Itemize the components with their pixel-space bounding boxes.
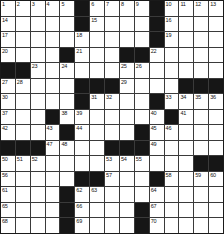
cell-r14c8[interactable] — [105, 203, 119, 218]
clue-number-53: 53 — [106, 156, 112, 162]
black-cell-r4c5 — [60, 48, 74, 63]
cell-r5c7[interactable] — [90, 63, 104, 78]
cell-r14c2[interactable] — [16, 203, 30, 218]
clue-number-32: 32 — [106, 94, 112, 100]
clue-number-26: 26 — [136, 63, 142, 69]
cell-r9c7[interactable] — [90, 125, 104, 140]
black-cell-r2c11 — [150, 17, 164, 32]
clue-number-51: 51 — [17, 156, 23, 162]
clue-number-6: 6 — [91, 1, 94, 7]
cell-r3c7[interactable] — [90, 32, 104, 47]
cell-r1c1[interactable]: 1 — [1, 1, 15, 16]
cell-r14c14[interactable] — [194, 203, 208, 218]
clue-number-37: 37 — [2, 110, 8, 116]
cell-r8c14[interactable] — [194, 110, 208, 125]
cell-r8c2[interactable] — [16, 110, 30, 125]
cell-r7c15[interactable]: 36 — [209, 94, 223, 109]
clue-number-55: 55 — [136, 156, 142, 162]
cell-r12c1[interactable]: 56 — [1, 172, 15, 187]
clue-number-57: 57 — [106, 172, 112, 178]
clue-number-42: 42 — [2, 125, 8, 131]
cell-r12c13[interactable] — [179, 172, 193, 187]
cell-r8c8[interactable] — [105, 110, 119, 125]
clue-number-13: 13 — [210, 1, 216, 7]
black-cell-r10c3 — [31, 141, 45, 156]
clue-number-62: 62 — [76, 187, 82, 193]
cell-r11c7[interactable] — [90, 156, 104, 171]
cell-r5c13[interactable] — [179, 63, 193, 78]
cell-r9c6[interactable]: 44 — [75, 125, 89, 140]
clue-number-36: 36 — [210, 94, 216, 100]
cell-r2c14[interactable] — [194, 17, 208, 32]
black-cell-r6c8 — [105, 79, 119, 94]
black-cell-r12c7 — [90, 172, 104, 187]
black-cell-r9c10 — [135, 125, 149, 140]
black-cell-r14c10 — [135, 203, 149, 218]
clue-number-65: 65 — [2, 203, 8, 209]
clue-number-41: 41 — [180, 110, 186, 116]
black-cell-r2c6 — [75, 17, 89, 32]
black-cell-r6c15 — [209, 79, 223, 94]
black-cell-r3c11 — [150, 32, 164, 47]
cell-r8c3[interactable] — [31, 110, 45, 125]
cell-r4c7[interactable] — [90, 48, 104, 63]
cell-r1c14[interactable]: 12 — [194, 1, 208, 16]
cell-r7c14[interactable]: 35 — [194, 94, 208, 109]
cell-r4c6[interactable]: 21 — [75, 48, 89, 63]
cell-r8c6[interactable]: 39 — [75, 110, 89, 125]
cell-r6c3[interactable] — [31, 79, 45, 94]
clue-number-10: 10 — [166, 1, 172, 7]
cell-r12c8[interactable]: 57 — [105, 172, 119, 187]
cell-r10c4[interactable]: 47 — [46, 141, 60, 156]
cell-r11c3[interactable]: 52 — [31, 156, 45, 171]
cell-r2c9[interactable] — [120, 17, 134, 32]
cell-r1c9[interactable]: 8 — [120, 1, 134, 16]
cell-r15c6[interactable]: 69 — [75, 218, 89, 233]
cell-r4c12[interactable] — [165, 48, 179, 63]
cell-r7c7[interactable]: 31 — [90, 94, 104, 109]
cell-r15c8[interactable] — [105, 218, 119, 233]
cell-r10c14[interactable] — [194, 141, 208, 156]
cell-r4c13[interactable] — [179, 48, 193, 63]
cell-r12c12[interactable]: 58 — [165, 172, 179, 187]
cell-r1c13[interactable]: 11 — [179, 1, 193, 16]
cell-r11c2[interactable]: 51 — [16, 156, 30, 171]
cell-r13c2[interactable] — [16, 187, 30, 202]
black-cell-r1c6 — [75, 1, 89, 16]
cell-r5c15[interactable] — [209, 63, 223, 78]
cell-r4c14[interactable] — [194, 48, 208, 63]
cell-r15c1[interactable]: 68 — [1, 218, 15, 233]
black-cell-r6c13 — [179, 79, 193, 94]
cell-r14c9[interactable] — [120, 203, 134, 218]
black-cell-r11c15 — [209, 156, 223, 171]
clue-number-33: 33 — [166, 94, 172, 100]
cell-r4c1[interactable]: 20 — [1, 48, 15, 63]
cell-r13c7[interactable]: 63 — [90, 187, 104, 202]
clue-number-67: 67 — [151, 203, 157, 209]
cell-r2c13[interactable] — [179, 17, 193, 32]
cell-r5c10[interactable]: 26 — [135, 63, 149, 78]
clue-number-17: 17 — [2, 32, 8, 38]
clue-number-50: 50 — [2, 156, 8, 162]
clue-number-5: 5 — [61, 1, 64, 7]
cell-r13c12[interactable] — [165, 187, 179, 202]
clue-number-44: 44 — [76, 125, 82, 131]
clue-number-48: 48 — [61, 141, 67, 147]
cell-r13c15[interactable] — [209, 187, 223, 202]
cell-r8c1[interactable]: 37 — [1, 110, 15, 125]
black-cell-r15c5 — [60, 218, 74, 233]
cell-r8c5[interactable]: 38 — [60, 110, 74, 125]
cell-r15c9[interactable] — [120, 218, 134, 233]
cell-r15c2[interactable] — [16, 218, 30, 233]
clue-number-2: 2 — [17, 1, 20, 7]
cell-r14c3[interactable] — [31, 203, 45, 218]
cell-r3c12[interactable]: 19 — [165, 32, 179, 47]
cell-r8c15[interactable] — [209, 110, 223, 125]
cell-r13c10[interactable] — [135, 187, 149, 202]
black-cell-r13c5 — [60, 187, 74, 202]
cell-r12c3[interactable] — [31, 172, 45, 187]
clue-number-35: 35 — [195, 94, 201, 100]
clue-number-56: 56 — [2, 172, 8, 178]
clue-number-69: 69 — [76, 218, 82, 224]
cell-r7c8[interactable]: 32 — [105, 94, 119, 109]
clue-number-63: 63 — [91, 187, 97, 193]
cell-r3c6[interactable]: 18 — [75, 32, 89, 47]
cell-r9c1[interactable]: 42 — [1, 125, 15, 140]
clue-number-43: 43 — [47, 125, 53, 131]
black-cell-r5c2 — [16, 63, 30, 78]
cell-r5c11[interactable] — [150, 63, 164, 78]
cell-r11c13[interactable] — [179, 156, 193, 171]
clue-number-8: 8 — [121, 1, 124, 7]
cell-r14c12[interactable] — [165, 203, 179, 218]
black-cell-r10c2 — [16, 141, 30, 156]
cell-r5c9[interactable]: 25 — [120, 63, 134, 78]
cell-r15c7[interactable] — [90, 218, 104, 233]
clue-number-24: 24 — [61, 63, 67, 69]
clue-number-64: 64 — [151, 187, 157, 193]
clue-number-18: 18 — [76, 32, 82, 38]
cell-r2c4[interactable] — [46, 17, 60, 32]
black-cell-r14c5 — [60, 203, 74, 218]
cell-r13c3[interactable] — [31, 187, 45, 202]
cell-r5c4[interactable] — [46, 63, 60, 78]
clue-number-21: 21 — [76, 48, 82, 54]
cell-r9c4[interactable]: 43 — [46, 125, 60, 140]
cell-r1c12[interactable]: 10 — [165, 1, 179, 16]
cell-r8c11[interactable]: 40 — [150, 110, 164, 125]
cell-r14c13[interactable] — [179, 203, 193, 218]
cell-r2c15[interactable] — [209, 17, 223, 32]
black-cell-r5c1 — [1, 63, 15, 78]
black-cell-r10c9 — [120, 141, 134, 156]
cell-r14c6[interactable]: 66 — [75, 203, 89, 218]
clue-number-15: 15 — [91, 17, 97, 23]
cell-r5c12[interactable] — [165, 63, 179, 78]
cell-r15c14[interactable] — [194, 218, 208, 233]
cell-r2c2[interactable] — [16, 17, 30, 32]
cell-r3c9[interactable] — [120, 32, 134, 47]
cell-r7c10[interactable] — [135, 94, 149, 109]
cell-r3c10[interactable] — [135, 32, 149, 47]
clue-number-11: 11 — [180, 1, 185, 7]
cell-r14c1[interactable]: 65 — [1, 203, 15, 218]
cell-r2c3[interactable] — [31, 17, 45, 32]
cell-r2c8[interactable] — [105, 17, 119, 32]
cell-r5c8[interactable] — [105, 63, 119, 78]
cell-r9c12[interactable]: 46 — [165, 125, 179, 140]
cell-r7c9[interactable] — [120, 94, 134, 109]
clue-number-39: 39 — [76, 110, 82, 116]
cell-r6c12[interactable] — [165, 79, 179, 94]
cell-r2c10[interactable] — [135, 17, 149, 32]
cell-r10c6[interactable] — [75, 141, 89, 156]
black-cell-r10c8 — [105, 141, 119, 156]
crossword-grid: 1234567891011121314151617181920212223242… — [0, 0, 224, 234]
cell-r8c7[interactable] — [90, 110, 104, 125]
clue-number-22: 22 — [151, 48, 157, 54]
cell-r7c13[interactable]: 34 — [179, 94, 193, 109]
clue-number-60: 60 — [210, 172, 216, 178]
cell-r4c8[interactable] — [105, 48, 119, 63]
cell-r3c5[interactable] — [60, 32, 74, 47]
black-cell-r7c11 — [150, 94, 164, 109]
cell-r8c10[interactable] — [135, 110, 149, 125]
clue-number-49: 49 — [151, 141, 157, 147]
cell-r13c6[interactable]: 62 — [75, 187, 89, 202]
cell-r2c7[interactable]: 15 — [90, 17, 104, 32]
cell-r12c2[interactable] — [16, 172, 30, 187]
cell-r10c13[interactable] — [179, 141, 193, 156]
cell-r13c13[interactable] — [179, 187, 193, 202]
cell-r11c1[interactable]: 50 — [1, 156, 15, 171]
cell-r14c4[interactable] — [46, 203, 60, 218]
clue-number-7: 7 — [106, 1, 109, 7]
cell-r6c9[interactable]: 29 — [120, 79, 134, 94]
cell-r7c2[interactable] — [16, 94, 30, 109]
cell-r11c10[interactable]: 55 — [135, 156, 149, 171]
black-cell-r8c4 — [46, 110, 60, 125]
cell-r1c7[interactable]: 6 — [90, 1, 104, 16]
cell-r15c4[interactable] — [46, 218, 60, 233]
cell-r12c4[interactable] — [46, 172, 60, 187]
cell-r6c1[interactable]: 27 — [1, 79, 15, 94]
cell-r5c5[interactable]: 24 — [60, 63, 74, 78]
clue-number-31: 31 — [91, 94, 97, 100]
clue-number-30: 30 — [2, 94, 8, 100]
cell-r1c2[interactable]: 2 — [16, 1, 30, 16]
cell-r15c12[interactable] — [165, 218, 179, 233]
cell-r13c1[interactable]: 61 — [1, 187, 15, 202]
clue-number-3: 3 — [32, 1, 35, 7]
clue-number-68: 68 — [2, 218, 8, 224]
black-cell-r11c14 — [194, 156, 208, 171]
cell-r3c15[interactable] — [209, 32, 223, 47]
black-cell-r6c7 — [90, 79, 104, 94]
cell-r12c14[interactable]: 59 — [194, 172, 208, 187]
black-cell-r4c9 — [120, 48, 134, 63]
cell-r9c13[interactable] — [179, 125, 193, 140]
cell-r13c9[interactable] — [120, 187, 134, 202]
cell-r1c3[interactable]: 3 — [31, 1, 45, 16]
cell-r10c15[interactable] — [209, 141, 223, 156]
cell-r15c11[interactable]: 70 — [150, 218, 164, 233]
cell-r12c15[interactable]: 60 — [209, 172, 223, 187]
cell-r1c15[interactable]: 13 — [209, 1, 223, 16]
cell-r9c3[interactable] — [31, 125, 45, 140]
clue-number-40: 40 — [151, 110, 157, 116]
cell-r14c15[interactable] — [209, 203, 223, 218]
cell-r2c12[interactable]: 16 — [165, 17, 179, 32]
cell-r9c9[interactable] — [120, 125, 134, 140]
clue-number-27: 27 — [2, 79, 8, 85]
black-cell-r12c6 — [75, 172, 89, 187]
cell-r13c8[interactable] — [105, 187, 119, 202]
cell-r9c11[interactable]: 45 — [150, 125, 164, 140]
cell-r1c10[interactable]: 9 — [135, 1, 149, 16]
cell-r9c15[interactable] — [209, 125, 223, 140]
cell-r11c8[interactable]: 53 — [105, 156, 119, 171]
cell-r15c13[interactable] — [179, 218, 193, 233]
cell-r12c5[interactable] — [60, 172, 74, 187]
black-cell-r9c5 — [60, 125, 74, 140]
black-cell-r1c11 — [150, 1, 164, 16]
clue-number-61: 61 — [2, 187, 8, 193]
cell-r1c4[interactable]: 4 — [46, 1, 60, 16]
cell-r15c15[interactable] — [209, 218, 223, 233]
clue-number-4: 4 — [47, 1, 50, 7]
cell-r11c12[interactable] — [165, 156, 179, 171]
clue-number-46: 46 — [166, 125, 172, 131]
cell-r4c2[interactable] — [16, 48, 30, 63]
clue-number-23: 23 — [32, 63, 38, 69]
clue-number-9: 9 — [136, 1, 139, 7]
cell-r7c3[interactable] — [31, 94, 45, 109]
clue-number-70: 70 — [151, 218, 157, 224]
clue-number-12: 12 — [195, 1, 201, 7]
cell-r12c10[interactable] — [135, 172, 149, 187]
cell-r4c3[interactable] — [31, 48, 45, 63]
black-cell-r8c12 — [165, 110, 179, 125]
cell-r11c5[interactable] — [60, 156, 74, 171]
black-cell-r15c10 — [135, 218, 149, 233]
clue-number-29: 29 — [121, 79, 127, 85]
cell-r5c14[interactable] — [194, 63, 208, 78]
cell-r11c6[interactable] — [75, 156, 89, 171]
cell-r7c4[interactable] — [46, 94, 60, 109]
cell-r5c6[interactable] — [75, 63, 89, 78]
cell-r6c10[interactable] — [135, 79, 149, 94]
cell-r7c12[interactable]: 33 — [165, 94, 179, 109]
clue-number-58: 58 — [166, 172, 172, 178]
black-cell-r12c11 — [150, 172, 164, 187]
black-cell-r6c14 — [194, 79, 208, 94]
cell-r3c4[interactable] — [46, 32, 60, 47]
cell-r10c11[interactable]: 49 — [150, 141, 164, 156]
cell-r15c3[interactable] — [31, 218, 45, 233]
cell-r10c5[interactable]: 48 — [60, 141, 74, 156]
cell-r2c5[interactable] — [60, 17, 74, 32]
cell-r8c9[interactable] — [120, 110, 134, 125]
clue-number-1: 1 — [2, 1, 5, 7]
cell-r1c8[interactable]: 7 — [105, 1, 119, 16]
clue-number-54: 54 — [121, 156, 127, 162]
clue-number-20: 20 — [2, 48, 8, 54]
cell-r12c9[interactable] — [120, 172, 134, 187]
clue-number-25: 25 — [121, 63, 127, 69]
clue-number-16: 16 — [166, 17, 172, 23]
cell-r9c8[interactable] — [105, 125, 119, 140]
cell-r6c2[interactable]: 28 — [16, 79, 30, 94]
cell-r2c1[interactable]: 14 — [1, 17, 15, 32]
clue-number-45: 45 — [151, 125, 157, 131]
cell-r10c12[interactable] — [165, 141, 179, 156]
clue-number-52: 52 — [32, 156, 38, 162]
crossword-puzzle: 1234567891011121314151617181920212223242… — [0, 0, 224, 234]
black-cell-r7c6 — [75, 94, 89, 109]
clue-number-66: 66 — [76, 203, 82, 209]
black-cell-r10c10 — [135, 141, 149, 156]
clue-number-19: 19 — [166, 32, 172, 38]
cell-r3c1[interactable]: 17 — [1, 32, 15, 47]
cell-r13c11[interactable]: 64 — [150, 187, 164, 202]
clue-number-38: 38 — [61, 110, 67, 116]
cell-r7c1[interactable]: 30 — [1, 94, 15, 109]
cell-r9c2[interactable] — [16, 125, 30, 140]
clue-number-14: 14 — [2, 17, 8, 23]
cell-r13c14[interactable] — [194, 187, 208, 202]
cell-r6c11[interactable] — [150, 79, 164, 94]
cell-r13c4[interactable] — [46, 187, 60, 202]
cell-r4c15[interactable] — [209, 48, 223, 63]
clue-number-47: 47 — [47, 141, 53, 147]
cell-r8c13[interactable]: 41 — [179, 110, 193, 125]
cell-r3c3[interactable] — [31, 32, 45, 47]
clue-number-59: 59 — [195, 172, 201, 178]
cell-r6c5[interactable] — [60, 79, 74, 94]
black-cell-r10c1 — [1, 141, 15, 156]
black-cell-r6c6 — [75, 79, 89, 94]
cell-r4c4[interactable] — [46, 48, 60, 63]
cell-r9c14[interactable] — [194, 125, 208, 140]
cell-r10c7[interactable] — [90, 141, 104, 156]
cell-r11c11[interactable] — [150, 156, 164, 171]
clue-number-28: 28 — [17, 79, 23, 85]
black-cell-r4c10 — [135, 48, 149, 63]
cell-r4c11[interactable]: 22 — [150, 48, 164, 63]
cell-r14c11[interactable]: 67 — [150, 203, 164, 218]
cell-r3c2[interactable] — [16, 32, 30, 47]
cell-r1c5[interactable]: 5 — [60, 1, 74, 16]
cell-r7c5[interactable] — [60, 94, 74, 109]
cell-r5c3[interactable]: 23 — [31, 63, 45, 78]
cell-r6c4[interactable] — [46, 79, 60, 94]
cell-r11c4[interactable] — [46, 156, 60, 171]
cell-r3c8[interactable] — [105, 32, 119, 47]
cell-r3c13[interactable] — [179, 32, 193, 47]
cell-r11c9[interactable]: 54 — [120, 156, 134, 171]
cell-r3c14[interactable] — [194, 32, 208, 47]
clue-number-34: 34 — [180, 94, 186, 100]
cell-r14c7[interactable] — [90, 203, 104, 218]
